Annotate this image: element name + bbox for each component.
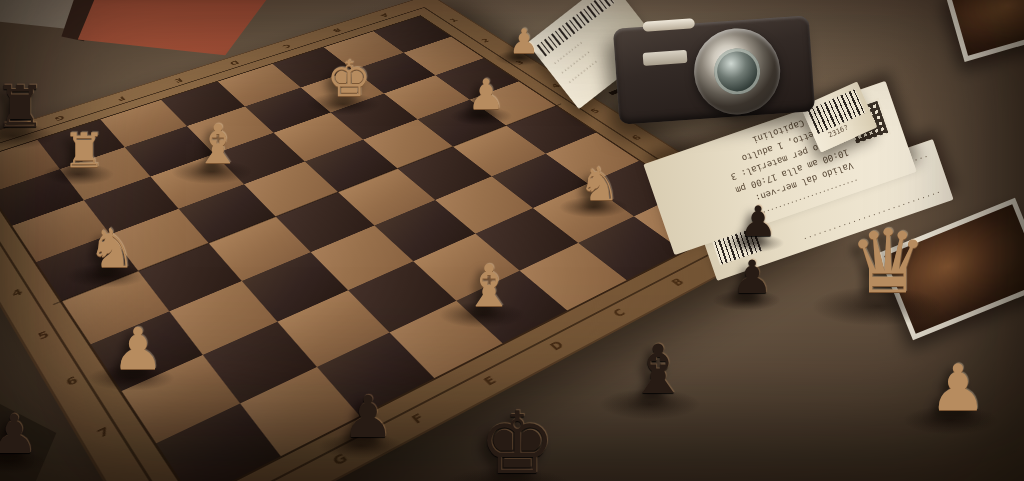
piece-captured-black-pawn-left-off-table-bottom-left[interactable]: ♟ xyxy=(0,408,38,462)
piece-white-bishop-d5-d5[interactable]: ♝ xyxy=(463,257,515,315)
piece-white-pawn-a2-a2[interactable]: ♟ xyxy=(467,74,505,116)
coordinate-label-7: 7 xyxy=(95,425,112,441)
coordinate-label-G: G xyxy=(53,114,66,122)
piece-white-pawn-h5-h5[interactable]: ♟ xyxy=(112,320,164,378)
piece-captured-black-rook-off-table-left[interactable]: ♜ xyxy=(0,78,46,136)
piece-black-bishop-c8-c8[interactable]: ♝ xyxy=(628,336,689,404)
coordinate-label-E: E xyxy=(173,77,185,84)
coordinate-label-2: 2 xyxy=(480,38,492,44)
camera-shutter-icon xyxy=(642,18,695,32)
piece-black-pawn-f7-f7[interactable]: ♟ xyxy=(342,388,394,446)
piece-captured-white-pawn-right-off-table-bottom-right[interactable]: ♟ xyxy=(929,356,986,420)
coordinate-label-D: D xyxy=(228,59,241,66)
coordinate-label-D: D xyxy=(547,339,567,353)
piece-white-knight-a4-a4[interactable]: ♞ xyxy=(578,161,619,207)
piece-captured-white-pawn-rim-off-rim-far-corner[interactable]: ♟ xyxy=(509,24,539,58)
coordinate-label-6: 6 xyxy=(630,134,645,142)
compact-camera xyxy=(613,15,815,124)
coordinate-label-B: B xyxy=(669,276,687,288)
coordinate-label-F: F xyxy=(409,411,428,426)
coordinate-label-C: C xyxy=(281,43,293,49)
coordinate-label-A: A xyxy=(378,12,390,18)
coordinate-label-E: E xyxy=(481,374,499,388)
coordinate-label-C: C xyxy=(610,307,628,319)
piece-white-king-c1-c1[interactable]: ♚ xyxy=(327,54,372,104)
coordinate-label-1: 1 xyxy=(448,17,460,23)
piece-white-knight-h3-h3[interactable]: ♞ xyxy=(88,222,136,276)
coordinate-label-4: 4 xyxy=(10,287,25,299)
coordinate-label-B: B xyxy=(331,27,343,33)
piece-captured-white-queen-off-table-right[interactable]: ♛ xyxy=(849,218,928,306)
coordinate-label-6: 6 xyxy=(64,374,80,388)
piece-black-pawn-a7-a7[interactable]: ♟ xyxy=(731,254,772,300)
piece-white-bishop-f1-f1[interactable]: ♝ xyxy=(194,118,242,172)
coordinate-label-5: 5 xyxy=(36,329,51,342)
piece-white-rook-h1-h1[interactable]: ♜ xyxy=(62,126,105,174)
coordinate-label-5: 5 xyxy=(588,107,602,115)
piece-captured-black-pawn-rim-off-rim-right[interactable]: ♟ xyxy=(739,201,777,243)
camera-lens-icon xyxy=(691,25,783,117)
camera-brand-label xyxy=(643,50,688,66)
photo-image xyxy=(951,0,1024,56)
piece-black-king-e8-e8[interactable]: ♚ xyxy=(478,400,555,481)
coordinate-label-F: F xyxy=(115,95,127,102)
chess-scene: 11HH22GG33FF44EE55DD66CC77BB88AA ·······… xyxy=(0,0,1024,481)
